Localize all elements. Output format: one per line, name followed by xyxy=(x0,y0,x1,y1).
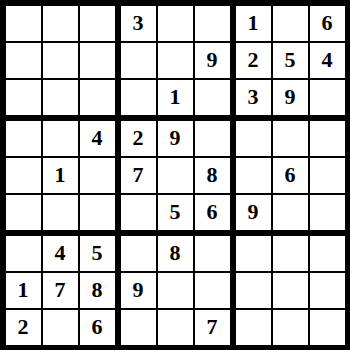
given-digit: 9 xyxy=(207,49,218,71)
cell-r7c8[interactable] xyxy=(273,236,310,273)
page-background: 316925413942917865694581789267 xyxy=(0,0,350,350)
cell-r5c9[interactable] xyxy=(310,158,345,195)
cell-r4c1[interactable] xyxy=(6,121,43,158)
cell-r8c7[interactable] xyxy=(236,273,273,310)
cell-r8c6[interactable] xyxy=(195,273,236,310)
given-digit: 5 xyxy=(285,49,296,71)
given-digit: 6 xyxy=(285,164,296,186)
cell-r8c3[interactable]: 8 xyxy=(80,273,121,310)
cell-r5c3[interactable] xyxy=(80,158,121,195)
given-digit: 1 xyxy=(248,12,259,34)
cell-r1c1[interactable] xyxy=(6,6,43,43)
given-digit: 4 xyxy=(322,49,333,71)
cell-r8c9[interactable] xyxy=(310,273,345,310)
cell-r6c5[interactable]: 5 xyxy=(158,195,195,236)
cell-r2c9[interactable]: 4 xyxy=(310,43,345,80)
cell-r2c2[interactable] xyxy=(43,43,80,80)
given-digit: 7 xyxy=(55,279,66,301)
given-digit: 4 xyxy=(92,127,103,149)
cell-r5c1[interactable] xyxy=(6,158,43,195)
cell-r9c6[interactable]: 7 xyxy=(195,310,236,345)
cell-r8c8[interactable] xyxy=(273,273,310,310)
cell-r9c9[interactable] xyxy=(310,310,345,345)
sudoku-board: 316925413942917865694581789267 xyxy=(0,0,350,350)
cell-r1c7[interactable]: 1 xyxy=(236,6,273,43)
given-digit: 8 xyxy=(207,164,218,186)
cell-r3c1[interactable] xyxy=(6,80,43,121)
cell-r6c2[interactable] xyxy=(43,195,80,236)
cell-r6c6[interactable]: 6 xyxy=(195,195,236,236)
cell-r8c5[interactable] xyxy=(158,273,195,310)
cell-r3c3[interactable] xyxy=(80,80,121,121)
cell-r2c3[interactable] xyxy=(80,43,121,80)
given-digit: 9 xyxy=(170,127,181,149)
cell-r6c3[interactable] xyxy=(80,195,121,236)
cell-r4c2[interactable] xyxy=(43,121,80,158)
cell-r8c2[interactable]: 7 xyxy=(43,273,80,310)
given-digit: 9 xyxy=(133,279,144,301)
cell-r6c7[interactable]: 9 xyxy=(236,195,273,236)
given-digit: 1 xyxy=(170,86,181,108)
cell-r2c8[interactable]: 5 xyxy=(273,43,310,80)
cell-r5c2[interactable]: 1 xyxy=(43,158,80,195)
given-digit: 2 xyxy=(133,127,144,149)
cell-r1c5[interactable] xyxy=(158,6,195,43)
cell-r3c7[interactable]: 3 xyxy=(236,80,273,121)
cell-r9c8[interactable] xyxy=(273,310,310,345)
given-digit: 8 xyxy=(92,279,103,301)
cell-r1c9[interactable]: 6 xyxy=(310,6,345,43)
cell-r9c2[interactable] xyxy=(43,310,80,345)
cell-r1c4[interactable]: 3 xyxy=(121,6,158,43)
cell-r6c8[interactable] xyxy=(273,195,310,236)
cell-r3c5[interactable]: 1 xyxy=(158,80,195,121)
cell-r4c9[interactable] xyxy=(310,121,345,158)
cell-r2c4[interactable] xyxy=(121,43,158,80)
cell-r1c8[interactable] xyxy=(273,6,310,43)
cell-r7c3[interactable]: 5 xyxy=(80,236,121,273)
given-digit: 3 xyxy=(248,86,259,108)
given-digit: 9 xyxy=(285,86,296,108)
given-digit: 5 xyxy=(170,201,181,223)
cell-r1c3[interactable] xyxy=(80,6,121,43)
cell-r7c5[interactable]: 8 xyxy=(158,236,195,273)
cell-r8c4[interactable]: 9 xyxy=(121,273,158,310)
cell-r4c8[interactable] xyxy=(273,121,310,158)
cell-r3c8[interactable]: 9 xyxy=(273,80,310,121)
cell-r4c4[interactable]: 2 xyxy=(121,121,158,158)
given-digit: 2 xyxy=(18,316,29,338)
cell-r9c1[interactable]: 2 xyxy=(6,310,43,345)
cell-r7c4[interactable] xyxy=(121,236,158,273)
given-digit: 6 xyxy=(92,316,103,338)
cell-r6c9[interactable] xyxy=(310,195,345,236)
cell-r4c6[interactable] xyxy=(195,121,236,158)
given-digit: 6 xyxy=(322,12,333,34)
cell-r7c1[interactable] xyxy=(6,236,43,273)
cell-r3c4[interactable] xyxy=(121,80,158,121)
cell-r3c2[interactable] xyxy=(43,80,80,121)
cell-r4c5[interactable]: 9 xyxy=(158,121,195,158)
given-digit: 4 xyxy=(55,242,66,264)
cell-r4c7[interactable] xyxy=(236,121,273,158)
cell-r5c4[interactable]: 7 xyxy=(121,158,158,195)
cell-r3c6[interactable] xyxy=(195,80,236,121)
cell-r2c6[interactable]: 9 xyxy=(195,43,236,80)
cell-r5c6[interactable]: 8 xyxy=(195,158,236,195)
cell-r5c5[interactable] xyxy=(158,158,195,195)
given-digit: 6 xyxy=(207,201,218,223)
cell-r1c2[interactable] xyxy=(43,6,80,43)
given-digit: 5 xyxy=(92,242,103,264)
cell-r7c7[interactable] xyxy=(236,236,273,273)
cell-r2c5[interactable] xyxy=(158,43,195,80)
cell-r6c4[interactable] xyxy=(121,195,158,236)
cell-r2c1[interactable] xyxy=(6,43,43,80)
given-digit: 8 xyxy=(170,242,181,264)
cell-r2c7[interactable]: 2 xyxy=(236,43,273,80)
given-digit: 1 xyxy=(55,164,66,186)
cell-r9c4[interactable] xyxy=(121,310,158,345)
cell-r7c9[interactable] xyxy=(310,236,345,273)
cell-r4c3[interactable]: 4 xyxy=(80,121,121,158)
given-digit: 1 xyxy=(18,279,29,301)
cell-r1c6[interactable] xyxy=(195,6,236,43)
cell-r3c9[interactable] xyxy=(310,80,345,121)
cell-r8c1[interactable]: 1 xyxy=(6,273,43,310)
given-digit: 7 xyxy=(207,316,218,338)
cell-r6c1[interactable] xyxy=(6,195,43,236)
cell-r7c6[interactable] xyxy=(195,236,236,273)
given-digit: 2 xyxy=(248,49,259,71)
given-digit: 7 xyxy=(133,164,144,186)
cell-r7c2[interactable]: 4 xyxy=(43,236,80,273)
cell-r5c7[interactable] xyxy=(236,158,273,195)
cell-r9c7[interactable] xyxy=(236,310,273,345)
given-digit: 3 xyxy=(133,12,144,34)
cell-r5c8[interactable]: 6 xyxy=(273,158,310,195)
cell-r9c3[interactable]: 6 xyxy=(80,310,121,345)
given-digit: 9 xyxy=(248,201,259,223)
cell-r9c5[interactable] xyxy=(158,310,195,345)
